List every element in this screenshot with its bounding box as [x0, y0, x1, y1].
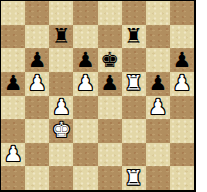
- square-f7[interactable]: ♜: [122, 25, 146, 49]
- piece-white-rook[interactable]: ♜: [124, 73, 143, 94]
- square-e3[interactable]: [98, 119, 122, 143]
- square-h8[interactable]: [170, 1, 194, 25]
- piece-white-pawn[interactable]: ♟: [4, 144, 23, 165]
- square-e2[interactable]: [98, 143, 122, 167]
- square-h5[interactable]: ♟: [170, 72, 194, 96]
- square-h1[interactable]: [170, 166, 194, 190]
- square-c7[interactable]: ♜: [49, 25, 73, 49]
- square-e7[interactable]: [98, 25, 122, 49]
- square-f4[interactable]: [122, 96, 146, 120]
- piece-white-pawn[interactable]: ♟: [76, 73, 95, 94]
- square-b3[interactable]: [25, 119, 49, 143]
- square-c1[interactable]: [49, 166, 73, 190]
- square-g3[interactable]: [146, 119, 170, 143]
- square-c2[interactable]: [49, 143, 73, 167]
- piece-white-pawn[interactable]: ♟: [52, 96, 71, 117]
- square-f6[interactable]: [122, 48, 146, 72]
- square-a1[interactable]: [1, 166, 25, 190]
- square-d6[interactable]: ♟: [73, 48, 97, 72]
- square-f2[interactable]: [122, 143, 146, 167]
- square-b5[interactable]: ♟: [25, 72, 49, 96]
- square-h3[interactable]: [170, 119, 194, 143]
- square-d8[interactable]: [73, 1, 97, 25]
- square-f3[interactable]: [122, 119, 146, 143]
- square-e5[interactable]: ♟: [98, 72, 122, 96]
- square-f8[interactable]: [122, 1, 146, 25]
- piece-black-king[interactable]: ♚: [100, 49, 119, 70]
- square-b2[interactable]: [25, 143, 49, 167]
- square-d3[interactable]: [73, 119, 97, 143]
- piece-black-pawn[interactable]: ♟: [173, 49, 192, 70]
- square-f5[interactable]: ♜: [122, 72, 146, 96]
- square-h4[interactable]: [170, 96, 194, 120]
- square-g5[interactable]: ♟: [146, 72, 170, 96]
- square-e6[interactable]: ♚: [98, 48, 122, 72]
- square-b7[interactable]: [25, 25, 49, 49]
- square-d5[interactable]: ♟: [73, 72, 97, 96]
- piece-black-pawn[interactable]: ♟: [4, 73, 23, 94]
- square-g7[interactable]: [146, 25, 170, 49]
- piece-black-pawn[interactable]: ♟: [100, 73, 119, 94]
- piece-white-rook[interactable]: ♜: [124, 167, 143, 188]
- square-e1[interactable]: [98, 166, 122, 190]
- piece-black-rook[interactable]: ♜: [52, 25, 71, 46]
- square-a7[interactable]: [1, 25, 25, 49]
- piece-white-pawn[interactable]: ♟: [173, 73, 192, 94]
- square-h2[interactable]: [170, 143, 194, 167]
- piece-black-rook[interactable]: ♜: [124, 25, 143, 46]
- square-h6[interactable]: ♟: [170, 48, 194, 72]
- chess-board: ♜♜♟♟♚♟♟♟♟♟♜♟♟♟♟♚♟♜: [0, 0, 196, 192]
- square-b6[interactable]: ♟: [25, 48, 49, 72]
- square-f1[interactable]: ♜: [122, 166, 146, 190]
- square-a6[interactable]: [1, 48, 25, 72]
- square-d4[interactable]: [73, 96, 97, 120]
- square-g2[interactable]: [146, 143, 170, 167]
- square-c8[interactable]: [49, 1, 73, 25]
- square-c3[interactable]: ♚: [49, 119, 73, 143]
- square-c5[interactable]: [49, 72, 73, 96]
- square-d1[interactable]: [73, 166, 97, 190]
- piece-black-pawn[interactable]: ♟: [28, 49, 47, 70]
- square-d2[interactable]: [73, 143, 97, 167]
- square-e8[interactable]: [98, 1, 122, 25]
- square-b1[interactable]: [25, 166, 49, 190]
- piece-white-pawn[interactable]: ♟: [28, 73, 47, 94]
- square-g1[interactable]: [146, 166, 170, 190]
- piece-black-pawn[interactable]: ♟: [76, 49, 95, 70]
- square-g6[interactable]: [146, 48, 170, 72]
- square-a5[interactable]: ♟: [1, 72, 25, 96]
- piece-black-pawn[interactable]: ♟: [148, 73, 167, 94]
- square-e4[interactable]: [98, 96, 122, 120]
- square-c4[interactable]: ♟: [49, 96, 73, 120]
- square-a3[interactable]: [1, 119, 25, 143]
- square-h7[interactable]: [170, 25, 194, 49]
- square-d7[interactable]: [73, 25, 97, 49]
- piece-white-king[interactable]: ♚: [52, 120, 71, 141]
- square-a8[interactable]: [1, 1, 25, 25]
- piece-white-pawn[interactable]: ♟: [148, 96, 167, 117]
- square-a4[interactable]: [1, 96, 25, 120]
- square-g8[interactable]: [146, 1, 170, 25]
- square-b4[interactable]: [25, 96, 49, 120]
- screenshot-canvas: ♜♜♟♟♚♟♟♟♟♟♜♟♟♟♟♚♟♜: [0, 0, 207, 192]
- square-c6[interactable]: [49, 48, 73, 72]
- square-g4[interactable]: ♟: [146, 96, 170, 120]
- square-a2[interactable]: ♟: [1, 143, 25, 167]
- square-b8[interactable]: [25, 1, 49, 25]
